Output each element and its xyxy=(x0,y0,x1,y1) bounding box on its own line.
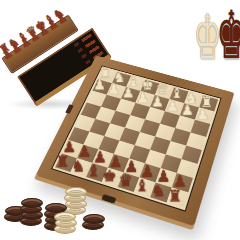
product-photo-scene: ♜♞♝♛♚♝♞ ♟♟♟♟♟♟♟ ♚ ♚ ♜♞♝♚♛♝♞♜♟♟♟♟♟♟♟♟♟♟♟♟… xyxy=(0,0,240,240)
checker-disc xyxy=(44,209,66,219)
chess-board-wrap: ♜♞♝♚♛♝♞♜♟♟♟♟♟♟♟♟♟♟♟♟♟♟♟♟♜♞♝♚♛♝♞♜ xyxy=(62,54,218,210)
board-squares: ♜♞♝♚♛♝♞♜♟♟♟♟♟♟♟♟♟♟♟♟♟♟♟♟♜♞♝♚♛♝♞♜ xyxy=(55,68,218,208)
checker-disc xyxy=(5,206,27,216)
checker-disc xyxy=(20,204,42,214)
piece-black-pawn: ♟ xyxy=(123,158,140,175)
checker-disc xyxy=(83,214,105,224)
display-king-walnut: ♚ xyxy=(217,1,240,73)
piece-black-knight: ♞ xyxy=(150,183,167,200)
checker-disc xyxy=(4,212,26,222)
checker-disc xyxy=(82,220,104,230)
hinge-icon xyxy=(65,104,74,114)
board-inner-border: ♜♞♝♚♛♝♞♜♟♟♟♟♟♟♟♟♟♟♟♟♟♟♟♟♜♞♝♚♛♝♞♜ xyxy=(51,65,222,211)
checker-disc xyxy=(54,224,76,234)
checkers-stack-2-dark xyxy=(20,197,44,226)
checkers-stack-6-dark xyxy=(82,213,106,230)
piece-black-bishop: ♝ xyxy=(85,163,102,180)
checkers-stack-5-light xyxy=(54,211,78,234)
piece-black-rook: ♜ xyxy=(54,153,71,170)
chess-board: ♜♞♝♚♛♝♞♜♟♟♟♟♟♟♟♟♟♟♟♟♟♟♟♟♜♞♝♚♛♝♞♜ xyxy=(36,55,235,226)
checker-disc xyxy=(44,221,66,231)
checker-disc xyxy=(21,198,43,208)
square-a7: ♟ xyxy=(172,173,193,193)
square-b6 xyxy=(161,154,182,173)
checker-disc xyxy=(20,216,42,226)
checker-disc xyxy=(54,212,76,222)
square-e8: ♚ xyxy=(102,168,124,187)
checkers-stack-1-dark xyxy=(4,205,28,222)
clasp-icon xyxy=(101,194,116,204)
checker-disc xyxy=(45,215,67,225)
piece-black-pawn: ♟ xyxy=(61,139,77,155)
checker-disc xyxy=(55,218,77,228)
square-e3 xyxy=(130,103,150,119)
checker-disc xyxy=(21,210,43,220)
